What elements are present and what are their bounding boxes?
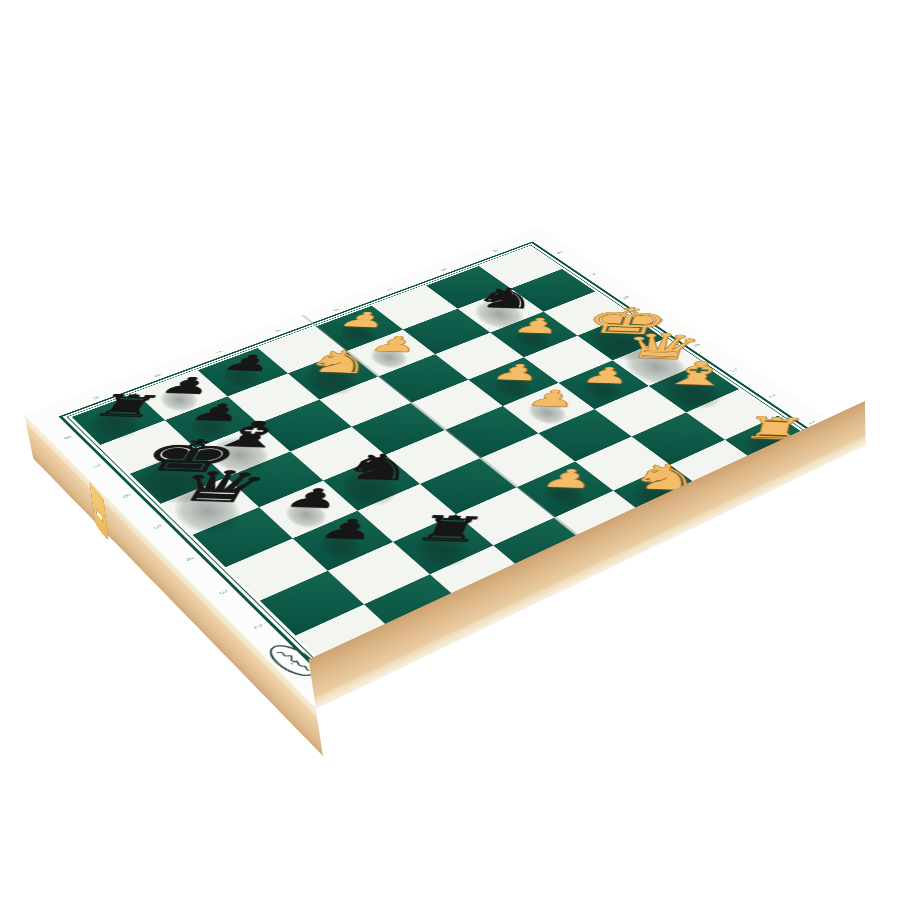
- coord-label-d: d: [331, 308, 341, 313]
- yellow-pawn-icon: ♟: [488, 360, 547, 383]
- coord-label-2: 2: [767, 394, 777, 399]
- square-h5: [161, 477, 259, 535]
- yellow-pawn-icon: ♟: [537, 465, 599, 492]
- coord-label-4: 4: [183, 556, 194, 562]
- coord-label-a: a: [491, 249, 500, 253]
- square-g4: [259, 481, 357, 539]
- square-f2: [393, 514, 493, 574]
- black-knight-icon: ♞: [467, 283, 546, 313]
- coord-label-1: 1: [287, 659, 299, 666]
- yellow-bishop-icon: ♝: [656, 356, 739, 391]
- coord-label-e: e: [274, 328, 284, 333]
- yellow-pawn-icon: ♟: [509, 315, 566, 337]
- square-e2: [456, 487, 554, 545]
- square-g3: [293, 511, 393, 571]
- piece-shadow-g3: [312, 527, 369, 564]
- black-pawn-icon: ♟: [314, 515, 382, 544]
- piece-shadow-g4: [278, 497, 334, 533]
- coord-label-c: c: [386, 287, 395, 291]
- square-g2: [328, 542, 430, 604]
- folding-chess-box: 88aa77bb66cc55dd44ee33ff22gg11hh ♜♟♟♞♟♚♝…: [24, 227, 865, 708]
- coord-label-f: f: [215, 350, 224, 354]
- latch-slot-icon: [96, 508, 103, 523]
- square-e3: [420, 458, 517, 514]
- coord-label-6: 6: [120, 493, 131, 499]
- coord-label-8: 8: [61, 435, 72, 440]
- perspective-scene: 88aa77bb66cc55dd44ee33ff22gg11hh ♜♟♟♞♟♚♝…: [0, 0, 900, 900]
- yellow-pawn-icon: ♟: [578, 364, 636, 388]
- square-d3: [480, 433, 575, 487]
- black-rook-icon: ♜: [407, 510, 492, 547]
- piece-shadow-d2: [536, 477, 592, 512]
- piece-shadow-f4: [331, 464, 408, 512]
- square-f3: [358, 484, 456, 542]
- yellow-pawn-icon: ♟: [522, 386, 581, 410]
- piece-shadow-h5: [162, 482, 254, 541]
- square-h4: [192, 507, 292, 567]
- piece-shadow-f2: [405, 526, 479, 574]
- product-photo-stage: 88aa77bb66cc55dd44ee33ff22gg11hh ♜♟♟♞♟♚♝…: [0, 0, 900, 900]
- coord-label-3: 3: [217, 589, 229, 596]
- coord-label-5: 5: [151, 524, 162, 530]
- square-h3: [226, 538, 328, 600]
- black-knight-icon: ♞: [333, 448, 424, 485]
- coord-label-g: g: [154, 372, 164, 377]
- coord-label-b: b: [439, 268, 448, 272]
- coord-label-2: 2: [251, 624, 263, 631]
- black-queen-icon: ♛: [163, 464, 277, 509]
- coord-label-7: 7: [587, 273, 596, 277]
- square-h2: [260, 571, 364, 636]
- black-pawn-icon: ♟: [280, 484, 348, 512]
- coord-label-8: 8: [554, 251, 563, 255]
- coord-label-7: 7: [90, 464, 101, 470]
